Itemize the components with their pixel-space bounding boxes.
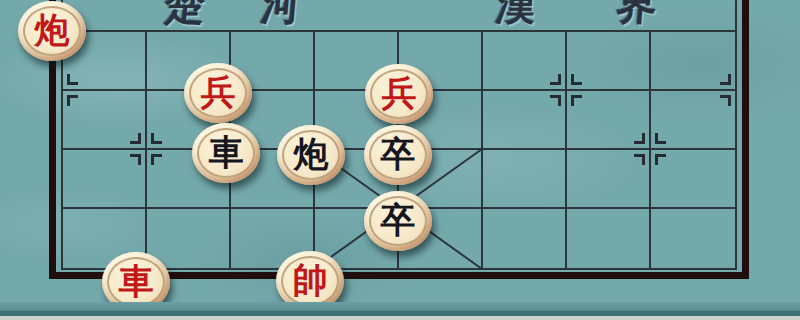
position-marker (151, 154, 162, 165)
board-cell[interactable] (483, 150, 567, 209)
position-marker (130, 133, 141, 144)
piece-glyph: 兵 (365, 64, 433, 124)
position-marker (634, 133, 645, 144)
river-edge-line-right (735, 0, 737, 30)
position-marker (720, 95, 731, 106)
position-marker (151, 133, 162, 144)
piece-red-soldier-c7[interactable]: 兵 (184, 63, 252, 123)
piece-glyph: 兵 (184, 63, 252, 123)
position-marker (550, 74, 561, 85)
piece-black-cannon-d8[interactable]: 炮 (277, 125, 345, 185)
position-marker (550, 95, 561, 106)
piece-glyph: 卒 (364, 191, 432, 251)
river-char: 漢 (494, 0, 537, 25)
piece-glyph: 車 (192, 123, 260, 183)
river-char: 界 (615, 0, 658, 25)
board-cell[interactable] (651, 209, 735, 268)
piece-glyph: 炮 (277, 125, 345, 185)
board-cell[interactable] (483, 209, 567, 268)
position-marker (571, 74, 582, 85)
piece-glyph: 炮 (18, 1, 86, 61)
river-char: 楚 (163, 0, 206, 25)
position-marker (130, 154, 141, 165)
piece-red-cannon-a6[interactable]: 炮 (18, 1, 86, 61)
piece-red-soldier-e7[interactable]: 兵 (365, 64, 433, 124)
piece-glyph: 卒 (364, 125, 432, 185)
board-frame-right (742, 0, 749, 279)
xiangqi-game-board[interactable]: 楚河漢界 炮兵兵車炮卒卒車帥 (0, 0, 800, 320)
position-marker (655, 133, 666, 144)
board-lower-border (0, 316, 800, 320)
river-char: 河 (259, 0, 302, 25)
position-marker (67, 74, 78, 85)
board-cell[interactable] (567, 209, 651, 268)
board-lower-shade (0, 302, 800, 311)
position-marker (67, 95, 78, 106)
piece-black-chariot-c8[interactable]: 車 (192, 123, 260, 183)
position-marker (720, 74, 731, 85)
position-marker (634, 154, 645, 165)
position-marker (655, 154, 666, 165)
piece-black-soldier-e8[interactable]: 卒 (364, 125, 432, 185)
position-marker (571, 95, 582, 106)
piece-black-soldier-e9[interactable]: 卒 (364, 191, 432, 251)
